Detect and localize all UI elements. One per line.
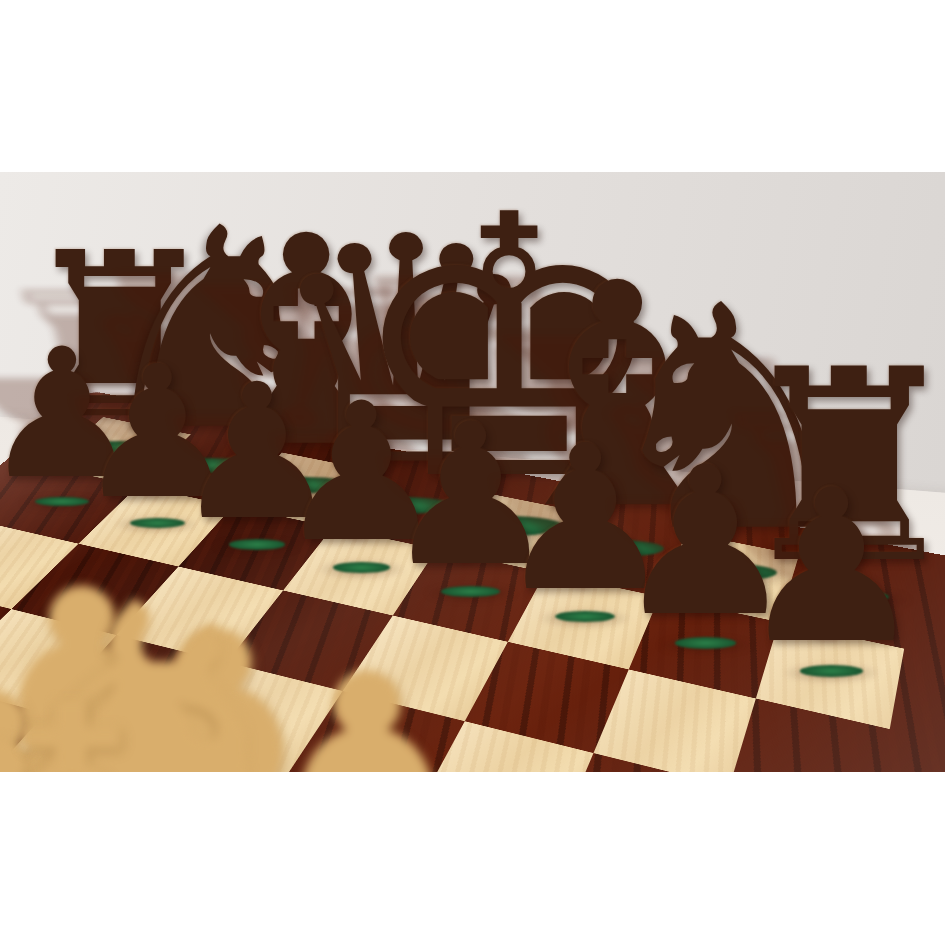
pieces-layer: ♜♜♞♞♝♝♟♟♛♛♟♟♚♚♟♟♝♝♟♟♞♞♟♟♜♜♟♟♟♟♟♟♟♟♜♟♟♞♟♝… bbox=[0, 172, 945, 772]
dark-pawn-h7: ♟ bbox=[737, 463, 926, 673]
chess-set-photo: ♜♜♞♞♝♝♟♟♛♛♟♟♚♚♟♟♝♝♟♟♞♞♟♟♜♜♟♟♟♟♟♟♟♟♜♟♟♞♟♝… bbox=[0, 172, 945, 772]
